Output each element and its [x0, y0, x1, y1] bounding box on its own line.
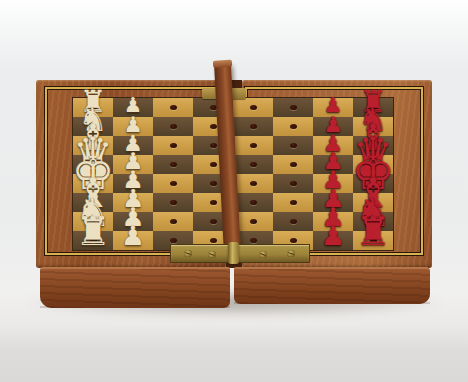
- hinge-knuckle-icon: [228, 242, 239, 264]
- peg-hole-icon: [170, 238, 177, 243]
- peg-hole-icon: [250, 124, 257, 129]
- peg-hole-icon: [290, 181, 297, 186]
- box-front-right-panel: [234, 267, 430, 304]
- board-square[interactable]: [273, 117, 313, 136]
- peg-hole-icon: [250, 162, 257, 167]
- peg-hole-icon: [250, 238, 257, 243]
- board-square[interactable]: [233, 174, 273, 193]
- board-square[interactable]: [273, 174, 313, 193]
- board-square[interactable]: [273, 98, 313, 117]
- piece-white-pawn[interactable]: ♟: [121, 223, 145, 250]
- board-square[interactable]: [233, 117, 273, 136]
- board-square[interactable]: [153, 98, 193, 117]
- board-square[interactable]: [233, 136, 273, 155]
- hinge-screw-icon: [208, 251, 216, 258]
- peg-hole-icon: [170, 105, 177, 110]
- peg-hole-icon: [210, 162, 217, 167]
- box-front-left-panel: [40, 267, 230, 308]
- peg-hole-icon: [210, 238, 217, 243]
- peg-hole-icon: [250, 181, 257, 186]
- peg-hole-icon: [210, 200, 217, 205]
- peg-hole-icon: [170, 143, 177, 148]
- peg-hole-icon: [290, 143, 297, 148]
- board-square[interactable]: [273, 136, 313, 155]
- peg-hole-icon: [250, 105, 257, 110]
- piece-red-pawn[interactable]: ♟: [321, 223, 345, 250]
- board-square[interactable]: [273, 155, 313, 174]
- peg-hole-icon: [290, 124, 297, 129]
- peg-hole-icon: [170, 219, 177, 224]
- peg-hole-icon: [250, 143, 257, 148]
- divider-bar-top: [213, 60, 232, 68]
- peg-hole-icon: [170, 162, 177, 167]
- board-square[interactable]: [153, 136, 193, 155]
- peg-hole-icon: [250, 200, 257, 205]
- peg-hole-icon: [290, 105, 297, 110]
- hinge-screw-icon: [287, 250, 295, 257]
- board-square[interactable]: [153, 212, 193, 231]
- photo-background: ♜♟♟♜♞♟♟♞♝♟♟♝♛♟♟♛♚♟♟♚♝♟♟♝♞♟♟♞♜♟♟♜: [0, 0, 468, 382]
- front-hinge: [170, 244, 310, 263]
- hinge-screw-icon: [259, 251, 267, 258]
- board-square[interactable]: [233, 98, 273, 117]
- peg-hole-icon: [210, 219, 217, 224]
- piece-white-rook[interactable]: ♜: [75, 212, 110, 251]
- board-square[interactable]: [273, 193, 313, 212]
- board-square[interactable]: [233, 155, 273, 174]
- peg-hole-icon: [170, 124, 177, 129]
- peg-hole-icon: [290, 219, 297, 224]
- peg-hole-icon: [210, 181, 217, 186]
- board-square[interactable]: [153, 155, 193, 174]
- board-square[interactable]: [153, 193, 193, 212]
- peg-hole-icon: [210, 143, 217, 148]
- peg-hole-icon: [290, 162, 297, 167]
- board-square[interactable]: [233, 193, 273, 212]
- board-square[interactable]: [153, 117, 193, 136]
- peg-hole-icon: [290, 238, 297, 243]
- board-square[interactable]: [273, 212, 313, 231]
- board-square[interactable]: [153, 174, 193, 193]
- peg-hole-icon: [170, 181, 177, 186]
- peg-hole-icon: [210, 124, 217, 129]
- piece-red-rook[interactable]: ♜: [355, 212, 390, 251]
- peg-hole-icon: [250, 219, 257, 224]
- peg-hole-icon: [290, 200, 297, 205]
- hinge-screw-icon: [184, 250, 192, 257]
- peg-hole-icon: [170, 200, 177, 205]
